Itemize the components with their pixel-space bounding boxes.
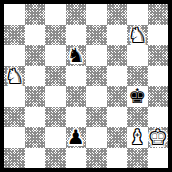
square-c7[interactable]	[45, 25, 66, 46]
square-e6[interactable]	[86, 45, 107, 66]
square-h1[interactable]	[148, 148, 169, 169]
chess-board-frame: ♞♞♞♚♟♝♚	[0, 0, 172, 172]
black-knight-d6: ♞	[67, 45, 85, 65]
square-a4[interactable]	[4, 86, 25, 107]
square-b8[interactable]	[25, 4, 46, 25]
square-a7[interactable]	[4, 25, 25, 46]
square-d5[interactable]	[66, 66, 87, 87]
square-c8[interactable]	[45, 4, 66, 25]
square-f6[interactable]	[107, 45, 128, 66]
square-c2[interactable]	[45, 127, 66, 148]
square-e1[interactable]	[86, 148, 107, 169]
black-pawn-d2: ♟	[67, 127, 85, 147]
square-e2[interactable]	[86, 127, 107, 148]
square-h4[interactable]	[148, 86, 169, 107]
square-b5[interactable]	[25, 66, 46, 87]
square-d1[interactable]	[66, 148, 87, 169]
square-e5[interactable]	[86, 66, 107, 87]
square-g7[interactable]: ♞	[127, 25, 148, 46]
square-g1[interactable]	[127, 148, 148, 169]
chess-board[interactable]: ♞♞♞♚♟♝♚	[4, 4, 168, 168]
square-g2[interactable]: ♝	[127, 127, 148, 148]
square-a6[interactable]	[4, 45, 25, 66]
square-h7[interactable]	[148, 25, 169, 46]
square-d7[interactable]	[66, 25, 87, 46]
white-knight-a5: ♞	[5, 66, 23, 86]
white-bishop-g2: ♝	[128, 127, 146, 147]
square-e4[interactable]	[86, 86, 107, 107]
square-b7[interactable]	[25, 25, 46, 46]
square-h3[interactable]	[148, 107, 169, 128]
square-f4[interactable]	[107, 86, 128, 107]
square-e3[interactable]	[86, 107, 107, 128]
square-f8[interactable]	[107, 4, 128, 25]
square-d8[interactable]	[66, 4, 87, 25]
square-c3[interactable]	[45, 107, 66, 128]
white-knight-g7: ♞	[128, 25, 146, 45]
square-h2[interactable]: ♚	[148, 127, 169, 148]
square-c6[interactable]	[45, 45, 66, 66]
square-f2[interactable]	[107, 127, 128, 148]
square-c5[interactable]	[45, 66, 66, 87]
square-b2[interactable]	[25, 127, 46, 148]
square-d3[interactable]	[66, 107, 87, 128]
square-f5[interactable]	[107, 66, 128, 87]
square-d4[interactable]	[66, 86, 87, 107]
square-h5[interactable]	[148, 66, 169, 87]
square-d2[interactable]: ♟	[66, 127, 87, 148]
square-a8[interactable]	[4, 4, 25, 25]
square-e7[interactable]	[86, 25, 107, 46]
square-g4[interactable]: ♚	[127, 86, 148, 107]
square-h8[interactable]	[148, 4, 169, 25]
square-b4[interactable]	[25, 86, 46, 107]
square-g3[interactable]	[127, 107, 148, 128]
black-king-g4: ♚	[128, 86, 146, 106]
square-b1[interactable]	[25, 148, 46, 169]
square-f1[interactable]	[107, 148, 128, 169]
square-a5[interactable]: ♞	[4, 66, 25, 87]
square-a3[interactable]	[4, 107, 25, 128]
white-king-h2: ♚	[149, 127, 167, 147]
square-d6[interactable]: ♞	[66, 45, 87, 66]
square-b6[interactable]	[25, 45, 46, 66]
square-a2[interactable]	[4, 127, 25, 148]
square-f3[interactable]	[107, 107, 128, 128]
square-b3[interactable]	[25, 107, 46, 128]
square-g6[interactable]	[127, 45, 148, 66]
square-h6[interactable]	[148, 45, 169, 66]
square-c1[interactable]	[45, 148, 66, 169]
square-f7[interactable]	[107, 25, 128, 46]
square-c4[interactable]	[45, 86, 66, 107]
square-g5[interactable]	[127, 66, 148, 87]
square-a1[interactable]	[4, 148, 25, 169]
square-g8[interactable]	[127, 4, 148, 25]
square-e8[interactable]	[86, 4, 107, 25]
